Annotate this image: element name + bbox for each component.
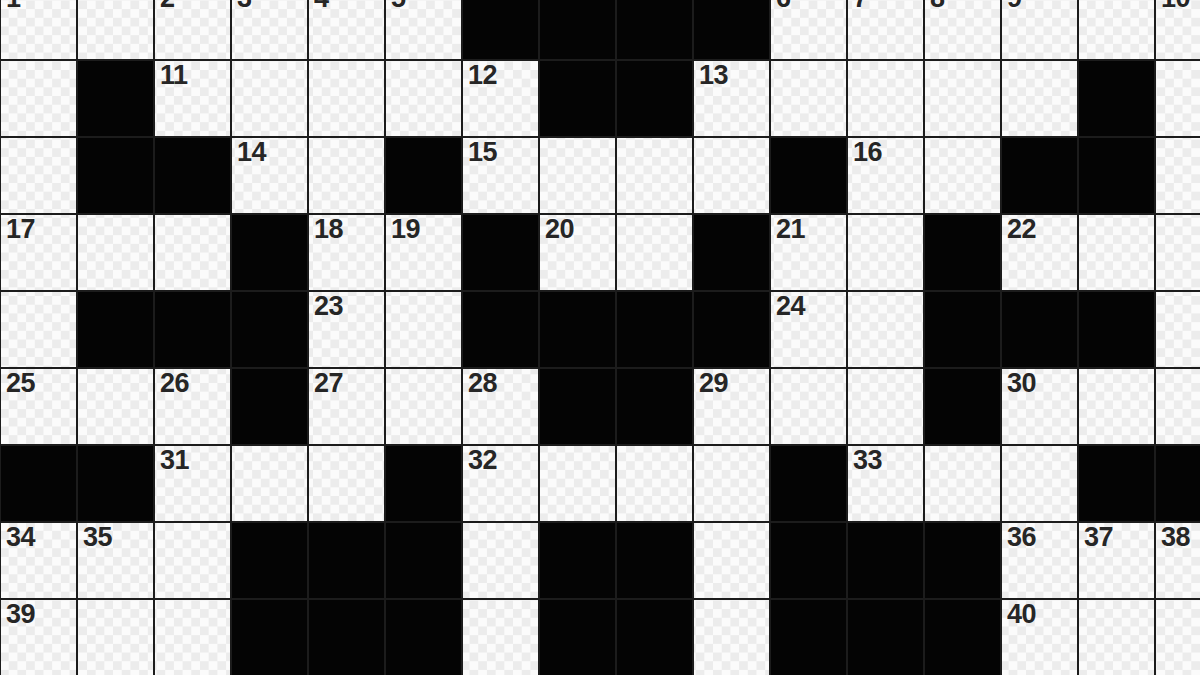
cell-r7-c14-white[interactable]: 37 xyxy=(1078,522,1155,599)
clue-number-19: 19 xyxy=(391,216,420,243)
clue-number-30: 30 xyxy=(1007,370,1036,397)
cell-r0-c10-white[interactable]: 6 xyxy=(770,0,847,60)
cell-r4-c14-black xyxy=(1078,291,1155,368)
cell-r2-c0-white[interactable] xyxy=(0,137,77,214)
cell-r0-c2-white[interactable]: 2 xyxy=(154,0,231,60)
cell-r3-c10-white[interactable]: 21 xyxy=(770,214,847,291)
cell-r0-c3-white[interactable]: 3 xyxy=(231,0,308,60)
cell-r2-c4-white[interactable] xyxy=(308,137,385,214)
cell-r8-c11-black xyxy=(847,599,924,675)
cell-r2-c2-black xyxy=(154,137,231,214)
clue-number-5: 5 xyxy=(391,0,406,12)
cell-r3-c9-black xyxy=(693,214,770,291)
cell-r1-c3-white[interactable] xyxy=(231,60,308,137)
cell-r2-c5-black xyxy=(385,137,462,214)
clue-number-8: 8 xyxy=(930,0,945,12)
cell-r8-c4-black xyxy=(308,599,385,675)
cell-r0-c0-white[interactable]: 1 xyxy=(0,0,77,60)
cell-r7-c8-black xyxy=(616,522,693,599)
cell-r4-c13-black xyxy=(1001,291,1078,368)
cell-r1-c12-white[interactable] xyxy=(924,60,1001,137)
cell-r5-c3-black xyxy=(231,368,308,445)
cell-r5-c4-white[interactable]: 27 xyxy=(308,368,385,445)
clue-number-25: 25 xyxy=(6,370,35,397)
clue-number-1: 1 xyxy=(6,0,21,12)
cell-r6-c10-black xyxy=(770,445,847,522)
clue-number-6: 6 xyxy=(776,0,791,12)
cell-r1-c7-black xyxy=(539,60,616,137)
cell-r5-c8-black xyxy=(616,368,693,445)
clue-number-32: 32 xyxy=(468,447,497,474)
cell-r4-c1-black xyxy=(77,291,154,368)
clue-number-34: 34 xyxy=(6,524,35,551)
cell-r7-c11-black xyxy=(847,522,924,599)
cell-r0-c1-white[interactable] xyxy=(77,0,154,60)
cell-r2-c3-white[interactable]: 14 xyxy=(231,137,308,214)
cell-r2-c1-black xyxy=(77,137,154,214)
clue-number-7: 7 xyxy=(853,0,868,12)
cell-r3-c6-black xyxy=(462,214,539,291)
cell-r5-c13-white[interactable]: 30 xyxy=(1001,368,1078,445)
cell-r8-c6-white[interactable] xyxy=(462,599,539,675)
cell-r4-c6-black xyxy=(462,291,539,368)
cell-r6-c4-white[interactable] xyxy=(308,445,385,522)
clue-number-10: 10 xyxy=(1161,0,1190,12)
clue-number-40: 40 xyxy=(1007,601,1036,628)
cell-r0-c7-black xyxy=(539,0,616,60)
cell-r0-c4-white[interactable]: 4 xyxy=(308,0,385,60)
cell-r3-c15-white[interactable] xyxy=(1155,214,1200,291)
cell-r1-c11-white[interactable] xyxy=(847,60,924,137)
cell-r4-c15-white[interactable] xyxy=(1155,291,1200,368)
clue-number-31: 31 xyxy=(160,447,189,474)
cell-r6-c6-white[interactable]: 32 xyxy=(462,445,539,522)
cell-r7-c1-white[interactable]: 35 xyxy=(77,522,154,599)
cell-r4-c3-black xyxy=(231,291,308,368)
cell-r8-c7-black xyxy=(539,599,616,675)
clue-number-37: 37 xyxy=(1084,524,1113,551)
cell-r6-c9-white[interactable] xyxy=(693,445,770,522)
clue-number-24: 24 xyxy=(776,293,805,320)
cell-r7-c10-black xyxy=(770,522,847,599)
cell-r4-c8-black xyxy=(616,291,693,368)
cell-r1-c4-white[interactable] xyxy=(308,60,385,137)
clue-number-26: 26 xyxy=(160,370,189,397)
clue-number-28: 28 xyxy=(468,370,497,397)
clue-number-4: 4 xyxy=(314,0,329,12)
cell-r1-c5-white[interactable] xyxy=(385,60,462,137)
cell-r0-c9-black xyxy=(693,0,770,60)
cell-r6-c7-white[interactable] xyxy=(539,445,616,522)
clue-number-33: 33 xyxy=(853,447,882,474)
cell-r4-c12-black xyxy=(924,291,1001,368)
cell-r4-c9-black xyxy=(693,291,770,368)
cell-r2-c9-white[interactable] xyxy=(693,137,770,214)
cell-r7-c2-white[interactable] xyxy=(154,522,231,599)
clue-number-21: 21 xyxy=(776,216,805,243)
cell-r6-c8-white[interactable] xyxy=(616,445,693,522)
cell-r3-c0-white[interactable]: 17 xyxy=(0,214,77,291)
cell-r5-c10-white[interactable] xyxy=(770,368,847,445)
cell-r1-c15-white[interactable] xyxy=(1155,60,1200,137)
cell-r7-c13-white[interactable]: 36 xyxy=(1001,522,1078,599)
cell-r2-c13-black xyxy=(1001,137,1078,214)
cell-r5-c12-black xyxy=(924,368,1001,445)
cell-r0-c5-white[interactable]: 5 xyxy=(385,0,462,60)
cell-r2-c15-white[interactable] xyxy=(1155,137,1200,214)
clue-number-38: 38 xyxy=(1161,524,1190,551)
cell-r1-c0-white[interactable] xyxy=(0,60,77,137)
cell-r6-c11-white[interactable]: 33 xyxy=(847,445,924,522)
cell-r1-c1-black xyxy=(77,60,154,137)
clue-number-20: 20 xyxy=(545,216,574,243)
cell-r4-c11-white[interactable] xyxy=(847,291,924,368)
cell-r5-c5-white[interactable] xyxy=(385,368,462,445)
cell-r5-c0-white[interactable]: 25 xyxy=(0,368,77,445)
cell-r2-c6-white[interactable]: 15 xyxy=(462,137,539,214)
cell-r3-c2-white[interactable] xyxy=(154,214,231,291)
clue-number-13: 13 xyxy=(699,62,728,89)
cell-r8-c12-black xyxy=(924,599,1001,675)
cell-r7-c3-black xyxy=(231,522,308,599)
cell-r6-c15-black xyxy=(1155,445,1200,522)
cell-r2-c14-black xyxy=(1078,137,1155,214)
cell-r6-c2-white[interactable]: 31 xyxy=(154,445,231,522)
clue-number-9: 9 xyxy=(1007,0,1022,12)
cell-r7-c6-white[interactable] xyxy=(462,522,539,599)
cell-r5-c2-white[interactable]: 26 xyxy=(154,368,231,445)
cell-r4-c5-white[interactable] xyxy=(385,291,462,368)
cell-r3-c7-white[interactable]: 20 xyxy=(539,214,616,291)
cell-r3-c11-white[interactable] xyxy=(847,214,924,291)
cell-r4-c2-black xyxy=(154,291,231,368)
cell-r1-c9-white[interactable]: 13 xyxy=(693,60,770,137)
cell-r7-c4-black xyxy=(308,522,385,599)
clue-number-12: 12 xyxy=(468,62,497,89)
cell-r3-c3-black xyxy=(231,214,308,291)
cell-r8-c14-white[interactable] xyxy=(1078,599,1155,675)
clue-number-11: 11 xyxy=(160,62,188,89)
cell-r8-c9-white[interactable] xyxy=(693,599,770,675)
cell-r4-c0-white[interactable] xyxy=(0,291,77,368)
cell-r7-c0-white[interactable]: 34 xyxy=(0,522,77,599)
clue-number-17: 17 xyxy=(6,216,35,243)
cell-r8-c5-black xyxy=(385,599,462,675)
cell-r8-c10-black xyxy=(770,599,847,675)
cell-r8-c8-black xyxy=(616,599,693,675)
clue-number-3: 3 xyxy=(237,0,252,12)
cell-r5-c9-white[interactable]: 29 xyxy=(693,368,770,445)
cell-r3-c14-white[interactable] xyxy=(1078,214,1155,291)
clue-number-14: 14 xyxy=(237,139,266,166)
cell-r1-c6-white[interactable]: 12 xyxy=(462,60,539,137)
cell-r6-c1-black xyxy=(77,445,154,522)
clue-number-15: 15 xyxy=(468,139,497,166)
cell-r3-c12-black xyxy=(924,214,1001,291)
cell-r7-c15-white[interactable]: 38 xyxy=(1155,522,1200,599)
cell-r3-c13-white[interactable]: 22 xyxy=(1001,214,1078,291)
clue-number-22: 22 xyxy=(1007,216,1036,243)
clue-number-27: 27 xyxy=(314,370,343,397)
cell-r0-c8-black xyxy=(616,0,693,60)
cell-r5-c15-white[interactable] xyxy=(1155,368,1200,445)
cell-r2-c10-black xyxy=(770,137,847,214)
crossword-board: 1234567891011121314151617181920212223242… xyxy=(0,0,1200,675)
cell-r2-c11-white[interactable]: 16 xyxy=(847,137,924,214)
cell-r6-c3-white[interactable] xyxy=(231,445,308,522)
cell-r5-c11-white[interactable] xyxy=(847,368,924,445)
clue-number-35: 35 xyxy=(83,524,112,551)
clue-number-39: 39 xyxy=(6,601,35,628)
cell-r6-c5-black xyxy=(385,445,462,522)
cell-r8-c2-white[interactable] xyxy=(154,599,231,675)
cell-r4-c7-black xyxy=(539,291,616,368)
cell-r0-c6-black xyxy=(462,0,539,60)
clue-number-16: 16 xyxy=(853,139,882,166)
cell-r2-c8-white[interactable] xyxy=(616,137,693,214)
cell-r0-c15-white[interactable]: 10 xyxy=(1155,0,1200,60)
cell-r6-c12-white[interactable] xyxy=(924,445,1001,522)
cell-r5-c1-white[interactable] xyxy=(77,368,154,445)
cell-r8-c15-white[interactable] xyxy=(1155,599,1200,675)
cell-r7-c7-black xyxy=(539,522,616,599)
cell-r6-c0-black xyxy=(0,445,77,522)
cell-r7-c9-white[interactable] xyxy=(693,522,770,599)
cell-r3-c5-white[interactable]: 19 xyxy=(385,214,462,291)
cell-r6-c13-white[interactable] xyxy=(1001,445,1078,522)
cell-r0-c13-white[interactable]: 9 xyxy=(1001,0,1078,60)
clue-number-23: 23 xyxy=(314,293,343,320)
clue-number-18: 18 xyxy=(314,216,343,243)
cell-r6-c14-black xyxy=(1078,445,1155,522)
cell-r0-c12-white[interactable]: 8 xyxy=(924,0,1001,60)
cell-r8-c3-black xyxy=(231,599,308,675)
clue-number-36: 36 xyxy=(1007,524,1036,551)
cell-r7-c12-black xyxy=(924,522,1001,599)
cell-r1-c8-black xyxy=(616,60,693,137)
cell-r8-c1-white[interactable] xyxy=(77,599,154,675)
cell-r8-c13-white[interactable]: 40 xyxy=(1001,599,1078,675)
cell-r4-c10-white[interactable]: 24 xyxy=(770,291,847,368)
cell-r3-c4-white[interactable]: 18 xyxy=(308,214,385,291)
cell-r1-c14-black xyxy=(1078,60,1155,137)
cell-r3-c1-white[interactable] xyxy=(77,214,154,291)
cell-r5-c7-black xyxy=(539,368,616,445)
cell-r0-c11-white[interactable]: 7 xyxy=(847,0,924,60)
cell-r5-c6-white[interactable]: 28 xyxy=(462,368,539,445)
clue-number-29: 29 xyxy=(699,370,728,397)
cell-r1-c13-white[interactable] xyxy=(1001,60,1078,137)
cell-r1-c2-white[interactable]: 11 xyxy=(154,60,231,137)
cell-r2-c12-white[interactable] xyxy=(924,137,1001,214)
cell-r1-c10-white[interactable] xyxy=(770,60,847,137)
cell-r0-c14-white[interactable] xyxy=(1078,0,1155,60)
cell-r8-c0-white[interactable]: 39 xyxy=(0,599,77,675)
clue-number-2: 2 xyxy=(160,0,175,12)
cell-r2-c7-white[interactable] xyxy=(539,137,616,214)
cell-r5-c14-white[interactable] xyxy=(1078,368,1155,445)
cell-r3-c8-white[interactable] xyxy=(616,214,693,291)
cell-r4-c4-white[interactable]: 23 xyxy=(308,291,385,368)
cell-r7-c5-black xyxy=(385,522,462,599)
